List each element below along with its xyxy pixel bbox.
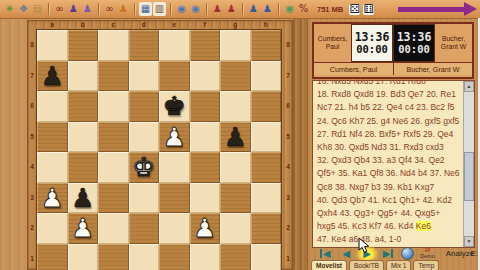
rank-label-8-left: 8 bbox=[28, 30, 36, 61]
memory-indicator: 751 MB bbox=[317, 5, 343, 14]
mouse-cursor bbox=[358, 237, 371, 254]
square-c4[interactable] bbox=[98, 152, 129, 183]
square-g5[interactable]: ♟ bbox=[220, 122, 251, 153]
file-label-g: g bbox=[220, 21, 251, 28]
player-red-icon[interactable]: ♟ bbox=[211, 2, 224, 16]
file-label-c: c bbox=[98, 21, 129, 28]
save-icon[interactable]: ▤ bbox=[31, 2, 44, 16]
demo-button[interactable]: ⇄ Demo bbox=[420, 247, 435, 259]
scroll-up-icon[interactable]: ▲ bbox=[464, 81, 474, 92]
square-b7[interactable] bbox=[68, 61, 99, 92]
square-h3[interactable] bbox=[251, 183, 282, 214]
square-e2[interactable] bbox=[159, 213, 190, 244]
move-line[interactable]: 40. Qd3 Qb7 41. Kc1 Qh1+ 42. Kd2 bbox=[317, 194, 462, 207]
square-b3[interactable]: ♟ bbox=[68, 183, 99, 214]
move-line[interactable]: 47. Ke4 a6 48. a4, 1-0 bbox=[317, 233, 462, 246]
trainer-icon[interactable]: ♟ bbox=[117, 2, 130, 16]
square-f4[interactable] bbox=[190, 152, 221, 183]
square-b2[interactable]: ♟ bbox=[68, 213, 99, 244]
move-line[interactable]: Nc7 21. h4 b5 22. Qe4 c4 23. Bc2 f5 bbox=[317, 101, 462, 114]
square-f2[interactable]: ♟ bbox=[190, 213, 221, 244]
first-move-button[interactable]: ◀ bbox=[317, 247, 333, 260]
square-h7[interactable] bbox=[251, 61, 282, 92]
engine-label: E: bbox=[470, 249, 478, 258]
rank-label-3-left: 3 bbox=[28, 183, 36, 214]
square-h2[interactable] bbox=[251, 213, 282, 244]
globe-button[interactable] bbox=[401, 247, 414, 260]
square-h8[interactable] bbox=[251, 30, 282, 61]
rank-label-5-right: 5 bbox=[284, 122, 292, 153]
square-f5[interactable] bbox=[190, 122, 221, 153]
white-pawn[interactable]: ♟ bbox=[71, 213, 94, 243]
black-pawn[interactable]: ♟ bbox=[71, 183, 94, 213]
open-icon[interactable]: ❖ bbox=[17, 2, 30, 16]
square-e1[interactable] bbox=[159, 244, 190, 270]
move-line[interactable]: Qf5+ 35. Ka1 Qf8 36. Nd4 b4 37. Ne6 bbox=[317, 167, 462, 180]
current-move-highlight[interactable]: Ke6 bbox=[416, 221, 431, 231]
player-blue-alt-icon[interactable]: ♟ bbox=[261, 2, 274, 16]
toolbar-separator bbox=[98, 3, 99, 15]
square-e3[interactable] bbox=[159, 183, 190, 214]
rank-label-7-right: 7 bbox=[284, 61, 292, 92]
square-g1[interactable] bbox=[220, 244, 251, 270]
file-label-h: h bbox=[251, 21, 282, 28]
player-red-alt-icon[interactable]: ♟ bbox=[225, 2, 238, 16]
square-d4[interactable]: ♚ bbox=[129, 152, 160, 183]
square-c6[interactable] bbox=[98, 91, 129, 122]
rank-label-3-right: 3 bbox=[284, 183, 292, 214]
rank-label-7-left: 7 bbox=[28, 61, 36, 92]
toolbar-separator bbox=[206, 3, 207, 15]
board-frame: abcdefgh 8877665544332211 ♟♚♟♟♚♟♟♟♟ bbox=[27, 20, 293, 270]
rank-label-4-left: 4 bbox=[28, 152, 36, 183]
rank-label-8-right: 8 bbox=[284, 30, 292, 61]
toolbar-separator bbox=[134, 3, 135, 15]
new-game-icon[interactable]: ✳ bbox=[3, 2, 16, 16]
move-line[interactable]: 24. Qc6 Kh7 25. g4 Ne6 26. gxf5 gxf5 bbox=[317, 115, 462, 128]
square-f7[interactable] bbox=[190, 61, 221, 92]
file-label-d: d bbox=[129, 21, 160, 28]
square-a7[interactable]: ♟ bbox=[37, 61, 68, 92]
square-a4[interactable] bbox=[37, 152, 68, 183]
tab-temp[interactable]: Temp bbox=[413, 260, 439, 270]
scrollbar-thumb[interactable] bbox=[464, 152, 474, 200]
panel-divider bbox=[293, 18, 308, 270]
square-b8[interactable] bbox=[68, 30, 99, 61]
square-a3[interactable]: ♟ bbox=[37, 183, 68, 214]
world-icon[interactable]: ◉ bbox=[283, 2, 296, 16]
globe-alt-icon[interactable]: ◉ bbox=[189, 2, 202, 16]
square-b1[interactable] bbox=[68, 244, 99, 270]
black-pawn[interactable]: ♟ bbox=[224, 122, 247, 152]
white-pawn[interactable]: ♟ bbox=[163, 122, 186, 152]
black-pawn[interactable]: ♟ bbox=[41, 61, 64, 91]
rank-label-6-right: 6 bbox=[284, 91, 292, 122]
panel-tabs: MovelistBook/TBMix 1Temp bbox=[311, 260, 480, 270]
file-label-a: a bbox=[37, 21, 68, 28]
tab-movelist[interactable]: Movelist bbox=[311, 260, 347, 270]
player-blue-icon[interactable]: ♟ bbox=[247, 2, 260, 16]
rank-label-2-right: 2 bbox=[284, 213, 292, 244]
toolbar-separator bbox=[48, 3, 49, 15]
percent-glasses-icon[interactable]: % bbox=[297, 2, 310, 16]
rank-label-1-right: 1 bbox=[284, 244, 292, 270]
movelist-panel: 16. Nxd5 Nxd5 17. Rd1 Rfd818. Rxd8 Qxd8 … bbox=[312, 80, 475, 248]
square-h5[interactable] bbox=[251, 122, 282, 153]
square-f8[interactable] bbox=[190, 30, 221, 61]
move-line[interactable]: 27. Rd1 Nf4 28. Bxf5+ Rxf5 29. Qe4 bbox=[317, 128, 462, 141]
previous-move-button[interactable]: ◀ bbox=[338, 247, 354, 260]
square-h4[interactable] bbox=[251, 152, 282, 183]
square-e4[interactable] bbox=[159, 152, 190, 183]
square-g6[interactable] bbox=[220, 91, 251, 122]
square-a1[interactable] bbox=[37, 244, 68, 270]
square-a2[interactable] bbox=[37, 213, 68, 244]
toolbar-separator bbox=[170, 3, 171, 15]
square-g3[interactable] bbox=[220, 183, 251, 214]
dice-icon-2[interactable]: ⚅ bbox=[363, 4, 374, 15]
black-king[interactable]: ♚ bbox=[163, 91, 186, 121]
players-icon[interactable]: ♟ bbox=[67, 2, 80, 16]
chess-board: ♟♚♟♟♚♟♟♟♟ bbox=[37, 30, 281, 270]
square-b4[interactable] bbox=[68, 152, 99, 183]
square-e5[interactable]: ♟ bbox=[159, 122, 190, 153]
square-a6[interactable] bbox=[37, 91, 68, 122]
rank-label-4-right: 4 bbox=[284, 152, 292, 183]
board-window-icon[interactable]: ▦ bbox=[139, 2, 152, 16]
chess-app-window: ✳❖▤∞♟♟∞♟▦▥◉◉♟♟♟♟◉% 751 MB ⚄ ⚅ abcdefgh 8… bbox=[0, 0, 480, 270]
rank-label-6-left: 6 bbox=[28, 91, 36, 122]
move-line[interactable]: Qxh4 43. Qg3+ Qg5+ 44. Qxg5+ bbox=[317, 207, 462, 220]
square-d7[interactable] bbox=[129, 61, 160, 92]
square-e8[interactable] bbox=[159, 30, 190, 61]
square-b6[interactable] bbox=[68, 91, 99, 122]
spectate-icon[interactable]: ∞ bbox=[103, 2, 116, 16]
black-player-label: Bucher,Grant W bbox=[435, 24, 472, 62]
move-line[interactable]: Kh8 30. Qxd5 Nd3 31. Rxd3 cxd3 bbox=[317, 141, 462, 154]
square-f3[interactable] bbox=[190, 183, 221, 214]
file-label-b: b bbox=[68, 21, 99, 28]
rank-label-1-left: 1 bbox=[28, 244, 36, 270]
white-player-label: Cumbers,Paul bbox=[314, 24, 351, 62]
file-label-f: f bbox=[190, 21, 221, 28]
white-pawn[interactable]: ♟ bbox=[41, 183, 64, 213]
toolbar: ✳❖▤∞♟♟∞♟▦▥◉◉♟♟♟♟◉% 751 MB ⚄ ⚅ bbox=[0, 0, 480, 19]
square-d3[interactable] bbox=[129, 183, 160, 214]
file-label-e: e bbox=[159, 21, 190, 28]
square-g7[interactable] bbox=[220, 61, 251, 92]
square-c3[interactable] bbox=[98, 183, 129, 214]
square-c2[interactable] bbox=[98, 213, 129, 244]
white-pawn[interactable]: ♟ bbox=[193, 213, 216, 243]
square-d1[interactable] bbox=[129, 244, 160, 270]
notation-window-icon[interactable]: ▥ bbox=[153, 2, 166, 16]
square-e7[interactable] bbox=[159, 61, 190, 92]
square-h1[interactable] bbox=[251, 244, 282, 270]
navigation-controls: ◀ ◀ ▶ ▶ ⇄ Demo Analyze E: bbox=[312, 246, 478, 260]
toolbar-separator bbox=[278, 3, 279, 15]
white-king[interactable]: ♚ bbox=[132, 152, 155, 182]
globe-icon[interactable]: ◉ bbox=[175, 2, 188, 16]
square-c5[interactable] bbox=[98, 122, 129, 153]
annotation-arrow bbox=[398, 7, 464, 12]
rank-label-5-left: 5 bbox=[28, 122, 36, 153]
square-b5[interactable] bbox=[68, 122, 99, 153]
square-c8[interactable] bbox=[98, 30, 129, 61]
tab-book-tb[interactable]: Book/TB bbox=[349, 260, 384, 270]
square-d5[interactable] bbox=[129, 122, 160, 153]
square-d2[interactable] bbox=[129, 213, 160, 244]
clock-panel: Cumbers,Paul 13:36 00:00 13:36 00:00 Buc… bbox=[312, 22, 474, 79]
square-c1[interactable] bbox=[98, 244, 129, 270]
square-a5[interactable] bbox=[37, 122, 68, 153]
white-name-bar: Cumbers, Paul bbox=[314, 62, 393, 75]
move-line[interactable]: 16. Nxd5 Nxd5 17. Rd1 Rfd8 bbox=[317, 81, 462, 88]
rank-label-2-left: 2 bbox=[28, 213, 36, 244]
toolbar-separator bbox=[242, 3, 243, 15]
black-clock: 13:36 00:00 bbox=[393, 24, 435, 62]
square-f1[interactable] bbox=[190, 244, 221, 270]
square-f6[interactable] bbox=[190, 91, 221, 122]
dice-icon-1[interactable]: ⚄ bbox=[349, 4, 360, 15]
last-move-button[interactable]: ▶ bbox=[380, 247, 396, 260]
move-line[interactable]: Qc8 38. Nxg7 b3 39. Kb1 Kxg7 bbox=[317, 181, 462, 194]
black-name-bar: Bucher, Grant W bbox=[393, 62, 472, 75]
scrollbar-track[interactable] bbox=[464, 92, 474, 236]
square-g2[interactable] bbox=[220, 213, 251, 244]
movelist-scrollbar[interactable]: ▲ ▼ bbox=[463, 81, 474, 247]
white-clock: 13:36 00:00 bbox=[351, 24, 393, 62]
move-list[interactable]: 16. Nxd5 Nxd5 17. Rd1 Rfd818. Rxd8 Qxd8 … bbox=[313, 81, 463, 247]
right-panel: Cumbers,Paul 13:36 00:00 13:36 00:00 Buc… bbox=[308, 18, 480, 270]
square-c7[interactable] bbox=[98, 61, 129, 92]
square-h6[interactable] bbox=[251, 91, 282, 122]
square-e6[interactable]: ♚ bbox=[159, 91, 190, 122]
square-d6[interactable] bbox=[129, 91, 160, 122]
square-g4[interactable] bbox=[220, 152, 251, 183]
square-g8[interactable] bbox=[220, 30, 251, 61]
glasses-icon[interactable]: ∞ bbox=[53, 2, 66, 16]
square-d8[interactable] bbox=[129, 30, 160, 61]
tab-mix-1[interactable]: Mix 1 bbox=[386, 260, 412, 270]
move-line[interactable]: hxg5 45. Kc3 Kf7 46. Kd4 Ke6 bbox=[317, 220, 462, 233]
square-a8[interactable] bbox=[37, 30, 68, 61]
move-line[interactable]: 32. Qxd3 Qb4 33. a3 Qf4 34. Qe2 bbox=[317, 154, 462, 167]
move-line[interactable]: 18. Rxd8 Qxd8 19. Bd3 Qe7 20. Re1 bbox=[317, 88, 462, 101]
players-alt-icon[interactable]: ♟ bbox=[81, 2, 94, 16]
